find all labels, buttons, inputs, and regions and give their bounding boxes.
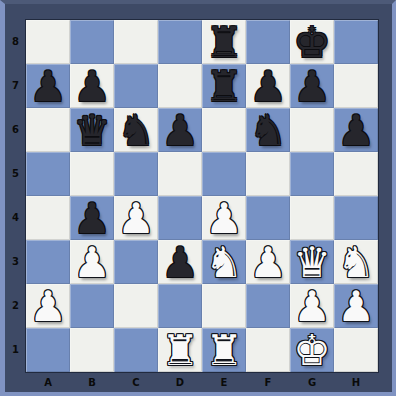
rank-label: 1 [5, 328, 26, 372]
rank-label: 3 [5, 240, 26, 284]
piece-black-pawn[interactable]: ♟ [249, 66, 287, 108]
square-f3[interactable]: ♟ [246, 240, 290, 284]
square-a7[interactable]: ♟ [26, 64, 70, 108]
piece-black-rook[interactable]: ♜ [205, 22, 243, 64]
rank-label: 6 [5, 108, 26, 152]
file-label: C [114, 373, 158, 392]
square-c8[interactable] [114, 20, 158, 64]
square-g3[interactable]: ♛ [290, 240, 334, 284]
square-h3[interactable]: ♞ [334, 240, 378, 284]
piece-white-rook[interactable]: ♜ [205, 330, 243, 372]
square-a6[interactable] [26, 108, 70, 152]
piece-white-pawn[interactable]: ♟ [29, 286, 67, 328]
piece-white-pawn[interactable]: ♟ [205, 198, 243, 240]
square-e3[interactable]: ♞ [202, 240, 246, 284]
square-e1[interactable]: ♜ [202, 328, 246, 372]
square-a4[interactable] [26, 196, 70, 240]
square-b6[interactable]: ♛ [70, 108, 114, 152]
square-f6[interactable]: ♞ [246, 108, 290, 152]
piece-white-rook[interactable]: ♜ [161, 330, 199, 372]
rank-label: 4 [5, 196, 26, 240]
rank-label: 5 [5, 152, 26, 196]
file-label: E [202, 373, 246, 392]
piece-black-pawn[interactable]: ♟ [337, 110, 375, 152]
square-e2[interactable] [202, 284, 246, 328]
square-c4[interactable]: ♟ [114, 196, 158, 240]
piece-black-pawn[interactable]: ♟ [293, 66, 331, 108]
square-b3[interactable]: ♟ [70, 240, 114, 284]
square-a8[interactable] [26, 20, 70, 64]
square-b1[interactable] [70, 328, 114, 372]
file-label: G [290, 373, 334, 392]
square-h7[interactable] [334, 64, 378, 108]
square-d6[interactable]: ♟ [158, 108, 202, 152]
square-d7[interactable] [158, 64, 202, 108]
square-h5[interactable] [334, 152, 378, 196]
square-f5[interactable] [246, 152, 290, 196]
piece-white-pawn[interactable]: ♟ [293, 286, 331, 328]
piece-white-knight[interactable]: ♞ [205, 242, 243, 284]
piece-black-king[interactable]: ♚ [293, 22, 331, 64]
piece-white-queen[interactable]: ♛ [293, 242, 331, 284]
square-g1[interactable]: ♚ [290, 328, 334, 372]
piece-white-pawn[interactable]: ♟ [73, 242, 111, 284]
square-b2[interactable] [70, 284, 114, 328]
square-c5[interactable] [114, 152, 158, 196]
square-d1[interactable]: ♜ [158, 328, 202, 372]
file-label: F [246, 373, 290, 392]
piece-black-pawn[interactable]: ♟ [161, 110, 199, 152]
square-e7[interactable]: ♜ [202, 64, 246, 108]
square-g8[interactable]: ♚ [290, 20, 334, 64]
chess-board: ♜♚♟♟♜♟♟♛♞♟♞♟♟♟♟♟♟♞♟♛♞♟♟♟♜♜♚ [26, 20, 378, 372]
piece-black-pawn[interactable]: ♟ [73, 198, 111, 240]
square-f8[interactable] [246, 20, 290, 64]
piece-white-knight[interactable]: ♞ [337, 242, 375, 284]
piece-black-pawn[interactable]: ♟ [73, 66, 111, 108]
square-e5[interactable] [202, 152, 246, 196]
square-b7[interactable]: ♟ [70, 64, 114, 108]
square-e6[interactable] [202, 108, 246, 152]
piece-white-pawn[interactable]: ♟ [337, 286, 375, 328]
piece-black-knight[interactable]: ♞ [117, 110, 155, 152]
piece-black-rook[interactable]: ♜ [205, 66, 243, 108]
square-b4[interactable]: ♟ [70, 196, 114, 240]
chess-board-diagram: ♜♚♟♟♜♟♟♛♞♟♞♟♟♟♟♟♟♞♟♛♞♟♟♟♜♜♚ 87654321 ABC… [0, 0, 396, 396]
piece-black-pawn[interactable]: ♟ [161, 242, 199, 284]
file-label: B [70, 373, 114, 392]
piece-white-king[interactable]: ♚ [293, 330, 331, 372]
square-e4[interactable]: ♟ [202, 196, 246, 240]
rank-label: 7 [5, 64, 26, 108]
rank-label: 2 [5, 284, 26, 328]
square-h4[interactable] [334, 196, 378, 240]
square-a5[interactable] [26, 152, 70, 196]
square-c1[interactable] [114, 328, 158, 372]
square-g6[interactable] [290, 108, 334, 152]
piece-black-knight[interactable]: ♞ [249, 110, 287, 152]
square-f1[interactable] [246, 328, 290, 372]
square-a2[interactable]: ♟ [26, 284, 70, 328]
square-d5[interactable] [158, 152, 202, 196]
square-d3[interactable]: ♟ [158, 240, 202, 284]
square-g5[interactable] [290, 152, 334, 196]
square-e8[interactable]: ♜ [202, 20, 246, 64]
square-g4[interactable] [290, 196, 334, 240]
square-c3[interactable] [114, 240, 158, 284]
square-d2[interactable] [158, 284, 202, 328]
square-c6[interactable]: ♞ [114, 108, 158, 152]
piece-white-pawn[interactable]: ♟ [117, 198, 155, 240]
square-f2[interactable] [246, 284, 290, 328]
square-a3[interactable] [26, 240, 70, 284]
square-a1[interactable] [26, 328, 70, 372]
file-label: H [334, 373, 378, 392]
piece-black-queen[interactable]: ♛ [73, 110, 111, 152]
piece-black-pawn[interactable]: ♟ [29, 66, 67, 108]
square-d8[interactable] [158, 20, 202, 64]
square-g7[interactable]: ♟ [290, 64, 334, 108]
square-b5[interactable] [70, 152, 114, 196]
square-c7[interactable] [114, 64, 158, 108]
square-h2[interactable]: ♟ [334, 284, 378, 328]
file-label: A [26, 373, 70, 392]
square-d4[interactable] [158, 196, 202, 240]
file-label: D [158, 373, 202, 392]
square-c2[interactable] [114, 284, 158, 328]
square-f7[interactable]: ♟ [246, 64, 290, 108]
square-h8[interactable] [334, 20, 378, 64]
square-g2[interactable]: ♟ [290, 284, 334, 328]
rank-label: 8 [5, 20, 26, 64]
piece-white-pawn[interactable]: ♟ [249, 242, 287, 284]
square-f4[interactable] [246, 196, 290, 240]
square-h1[interactable] [334, 328, 378, 372]
square-h6[interactable]: ♟ [334, 108, 378, 152]
square-b8[interactable] [70, 20, 114, 64]
